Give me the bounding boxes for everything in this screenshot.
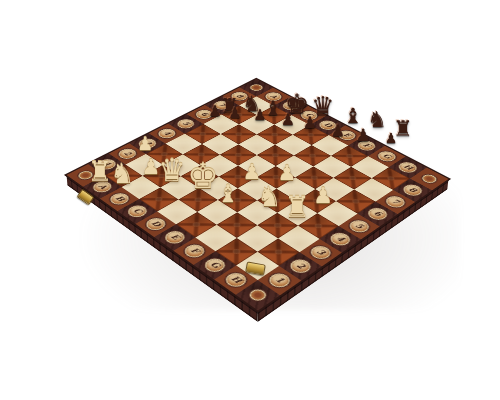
coordinate-medallion: F	[183, 243, 206, 258]
coordinate-medallion: 4	[157, 128, 177, 139]
white-rook-a1[interactable]: ♜	[88, 158, 112, 185]
coordinate-medallion: 5	[176, 118, 196, 129]
square-h7[interactable]	[354, 178, 393, 201]
square-f2[interactable]	[217, 212, 258, 238]
coordinate-medallion: B	[109, 192, 131, 205]
coordinate-medallion: C	[126, 204, 148, 218]
black-pawn-e7[interactable]: ♟	[303, 115, 317, 131]
square-g2[interactable]	[237, 225, 278, 252]
black-pawn-h7[interactable]: ♟	[385, 131, 398, 145]
white-king-d1[interactable]: ♚	[187, 159, 218, 194]
coordinate-medallion: H	[224, 272, 248, 288]
white-knight-f1[interactable]: ♞	[257, 183, 281, 210]
coordinate-medallion: H	[397, 161, 418, 173]
coordinate-medallion: D	[145, 217, 168, 231]
coordinate-medallion: 3	[309, 245, 332, 260]
coordinate-medallion: 8	[402, 184, 424, 197]
corner-medallion	[249, 289, 267, 301]
square-c1[interactable]	[139, 187, 178, 211]
product-photo: ABCDEFGH8877665544332211ABCDEFGH ♚♞♜♛♝♟♟…	[0, 0, 500, 400]
square-h2[interactable]	[258, 238, 300, 265]
square-h3[interactable]	[278, 226, 319, 253]
white-bishop-e1[interactable]: ♝	[217, 182, 239, 206]
square-e1[interactable]	[176, 212, 217, 238]
black-pawn-a7[interactable]: ♟	[208, 104, 221, 119]
square-h6[interactable]	[336, 190, 376, 214]
white-pawn-h2[interactable]: ♟	[313, 185, 333, 207]
corner-medallion	[421, 174, 437, 183]
coordinate-medallion: G	[376, 150, 397, 162]
white-pawn-b4[interactable]: ♟	[137, 135, 153, 153]
coordinate-medallion: 1	[267, 272, 291, 288]
coordinate-medallion: 5	[348, 219, 371, 233]
white-rook-g1[interactable]: ♜	[284, 193, 310, 222]
black-pawn-b7[interactable]: ♟	[228, 106, 241, 121]
coordinate-medallion: 2	[289, 258, 313, 274]
coordinate-medallion: G	[203, 257, 227, 273]
white-pawn-e2[interactable]: ♟	[243, 162, 262, 183]
scene: ABCDEFGH8877665544332211ABCDEFGH	[0, 0, 500, 400]
white-knight-b1[interactable]: ♞	[110, 160, 134, 187]
black-bishop-f8[interactable]: ♝	[344, 106, 363, 127]
black-pawn-f7[interactable]: ♟	[331, 123, 345, 139]
corner-medallion	[250, 84, 264, 91]
square-d1[interactable]	[157, 199, 197, 224]
coordinate-medallion: 4	[329, 232, 352, 247]
coordinate-medallion: 6	[366, 207, 388, 221]
coordinate-medallion: 7	[384, 195, 406, 208]
white-queen-c1[interactable]: ♛	[158, 155, 186, 186]
coordinate-medallion: E	[163, 230, 186, 245]
black-pawn-g7[interactable]: ♟	[355, 127, 370, 144]
square-f1[interactable]	[195, 225, 236, 251]
black-pawn-d7[interactable]: ♟	[281, 112, 295, 128]
black-pawn-c7[interactable]: ♟	[253, 108, 266, 123]
